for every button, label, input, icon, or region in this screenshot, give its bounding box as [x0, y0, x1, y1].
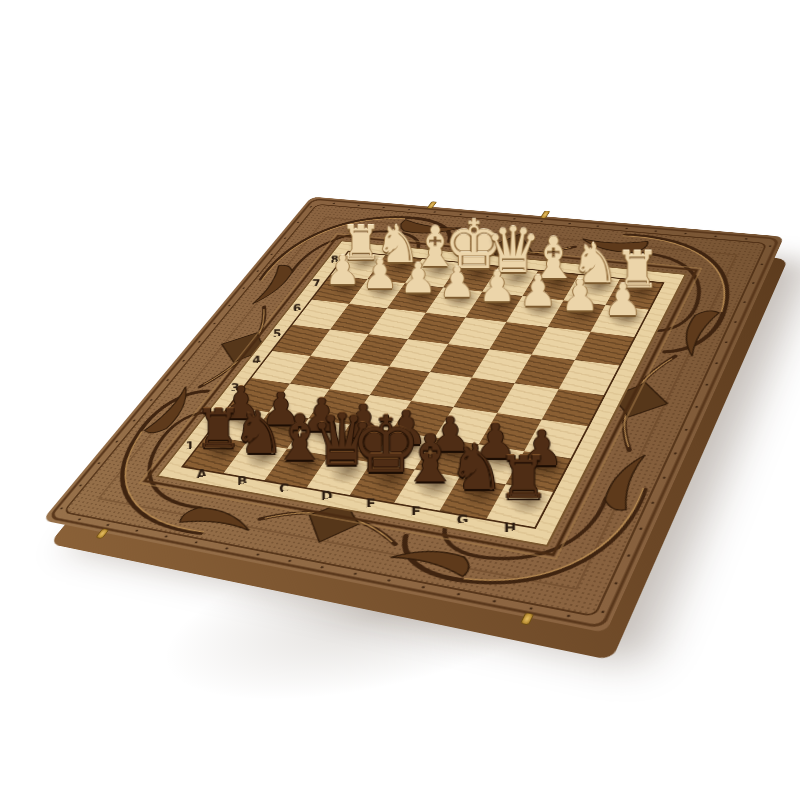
photo-scene: ABCDEFGH12345678 ♜♞♝♚♛♝♞♜♟♟♟♟♟♟♟♟♟♟♟♟♟♟♟… [0, 0, 800, 800]
piece-dark-rook-h1[interactable]: ♜ [456, 448, 591, 507]
piece-light-pawn-h7[interactable]: ♟ [563, 278, 682, 322]
